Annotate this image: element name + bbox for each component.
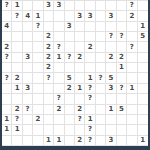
cell-r11c2: 2: [12, 105, 22, 115]
cell-r12c11[interactable]: [106, 115, 116, 125]
cell-r14c13[interactable]: [127, 136, 137, 146]
cell-r6c6: 1: [54, 53, 64, 63]
cell-r10c10[interactable]: [96, 94, 106, 104]
cell-r10c9: ?: [85, 94, 95, 104]
cell-r2c1[interactable]: [2, 11, 12, 21]
cell-r5c14[interactable]: [138, 42, 148, 52]
cell-r8c7: 5: [65, 73, 75, 83]
cell-r6c3: 3: [23, 53, 33, 63]
cell-r4c14: 5: [138, 32, 148, 42]
cell-r3c3[interactable]: [23, 22, 33, 32]
cell-r13c2: 1: [12, 125, 22, 135]
cell-r7c2[interactable]: [12, 63, 22, 73]
cell-r9c7: 2: [65, 84, 75, 94]
cell-r7c4[interactable]: [33, 63, 43, 73]
cell-r14c9: ?: [85, 136, 95, 146]
cell-r10c12[interactable]: [117, 94, 127, 104]
cell-r14c8: 2: [75, 136, 85, 146]
cell-r13c10[interactable]: [96, 125, 106, 135]
cell-r11c1[interactable]: [2, 105, 12, 115]
cell-r7c13[interactable]: [127, 63, 137, 73]
cell-r1c5: 3: [44, 1, 54, 11]
cell-r10c5[interactable]: [44, 94, 54, 104]
cell-r7c11[interactable]: [106, 63, 116, 73]
cell-r5c2[interactable]: [12, 42, 22, 52]
cell-r11c14[interactable]: [138, 105, 148, 115]
cell-r11c4[interactable]: [33, 105, 43, 115]
cell-r3c2[interactable]: [12, 22, 22, 32]
cell-r14c2[interactable]: [12, 136, 22, 146]
cell-r11c3: ?: [23, 105, 33, 115]
cell-r9c12: ?: [117, 84, 127, 94]
cell-r10c1[interactable]: [2, 94, 12, 104]
cell-r9c4[interactable]: [33, 84, 43, 94]
cell-r14c1[interactable]: [2, 136, 12, 146]
cell-r11c13[interactable]: [127, 105, 137, 115]
cell-r10c13[interactable]: [127, 94, 137, 104]
cell-r10c7[interactable]: [65, 94, 75, 104]
cell-r9c3: 3: [23, 84, 33, 94]
cell-r5c11[interactable]: [106, 42, 116, 52]
cell-r6c11: 2: [106, 53, 116, 63]
cell-r8c3[interactable]: [23, 73, 33, 83]
cell-r2c10[interactable]: [96, 11, 106, 21]
cell-r12c6[interactable]: [54, 115, 64, 125]
cell-r4c1[interactable]: [2, 32, 12, 42]
cell-r14c7[interactable]: [65, 136, 75, 146]
cell-r3c12[interactable]: [117, 22, 127, 32]
cell-r7c5: 2: [44, 63, 54, 73]
cell-r5c7[interactable]: [65, 42, 75, 52]
cell-r7c14[interactable]: [138, 63, 148, 73]
cell-r12c14[interactable]: [138, 115, 148, 125]
cell-r2c7[interactable]: [65, 11, 75, 21]
cell-r8c1: ?: [2, 73, 12, 83]
cell-r13c1: 1: [2, 125, 12, 135]
cell-r5c8[interactable]: [75, 42, 85, 52]
cell-r8c4[interactable]: [33, 73, 43, 83]
cell-r6c10[interactable]: [96, 53, 106, 63]
cell-r1c11[interactable]: [106, 1, 116, 11]
cell-r2c14[interactable]: [138, 11, 148, 21]
cell-r4c6[interactable]: [54, 32, 64, 42]
cell-r9c1[interactable]: [2, 84, 12, 94]
cell-r5c13: ?: [127, 42, 137, 52]
cell-r9c10[interactable]: [96, 84, 106, 94]
cell-r6c7: ?: [65, 53, 75, 63]
cell-r2c4: 1: [33, 11, 43, 21]
cell-r9c11: 3: [106, 84, 116, 94]
cell-r6c8: 2: [75, 53, 85, 63]
cell-r7c1[interactable]: [2, 63, 12, 73]
cell-r13c3[interactable]: [23, 125, 33, 135]
cell-r13c8[interactable]: [75, 125, 85, 135]
cell-r9c13: 1: [127, 84, 137, 94]
cell-r2c8: 3: [75, 11, 85, 21]
cell-r5c3[interactable]: [23, 42, 33, 52]
cell-r9c14[interactable]: [138, 84, 148, 94]
cell-r3c10[interactable]: [96, 22, 106, 32]
cell-r2c3: 4: [23, 11, 33, 21]
cell-r9c2: 1: [12, 84, 22, 94]
cell-r14c6: 1: [54, 136, 64, 146]
cell-r5c5: 2: [44, 42, 54, 52]
cell-r4c5: 2: [44, 32, 54, 42]
cell-r14c5: 1: [44, 136, 54, 146]
cell-r7c9[interactable]: [85, 63, 95, 73]
cell-r8c10: ?: [96, 73, 106, 83]
cell-r13c11[interactable]: [106, 125, 116, 135]
cell-r12c7[interactable]: [65, 115, 75, 125]
cell-r8c9: 1: [85, 73, 95, 83]
cell-r2c11: 3: [106, 11, 116, 21]
cell-r10c14[interactable]: [138, 94, 148, 104]
cell-r1c2: 1: [12, 1, 22, 11]
cell-r12c3[interactable]: [23, 115, 33, 125]
cell-r5c6: ?: [54, 42, 64, 52]
cell-r12c8: ?: [75, 115, 85, 125]
cell-r8c11: 5: [106, 73, 116, 83]
cell-r3c4: ?: [33, 22, 43, 32]
cell-r14c14: 1: [138, 136, 148, 146]
cell-r14c10[interactable]: [96, 136, 106, 146]
cell-r3c5[interactable]: [44, 22, 54, 32]
cell-r8c6[interactable]: [54, 73, 64, 83]
cell-r10c2[interactable]: [12, 94, 22, 104]
cell-r9c5[interactable]: [44, 84, 54, 94]
cell-r3c8[interactable]: [75, 22, 85, 32]
cell-r9c9: ?: [85, 84, 95, 94]
cell-r7c6[interactable]: [54, 63, 64, 73]
cell-r5c9: 2: [85, 42, 95, 52]
cell-r10c11[interactable]: [106, 94, 116, 104]
cell-r5c1: 2: [2, 42, 12, 52]
cell-r2c2: ?: [12, 11, 22, 21]
cell-r6c2[interactable]: [12, 53, 22, 63]
cell-r4c10[interactable]: [96, 32, 106, 42]
cell-r9c8: 1: [75, 84, 85, 94]
cell-r11c12: 5: [117, 105, 127, 115]
cell-r6c4[interactable]: [33, 53, 43, 63]
cell-r8c12[interactable]: [117, 73, 127, 83]
cell-r13c9: ?: [85, 125, 95, 135]
cell-r13c12[interactable]: [117, 125, 127, 135]
cell-r2c9: 3: [85, 11, 95, 21]
cell-r1c13: ?: [127, 1, 137, 11]
cell-r13c14[interactable]: [138, 125, 148, 135]
cell-r10c6: ?: [54, 94, 64, 104]
cell-r6c5: 2: [44, 53, 54, 63]
cell-r6c9[interactable]: [85, 53, 95, 63]
cell-r12c13[interactable]: [127, 115, 137, 125]
cell-r7c10[interactable]: [96, 63, 106, 73]
cell-r12c4: 2: [33, 115, 43, 125]
cell-r1c4[interactable]: [33, 1, 43, 11]
cell-r8c2: 2: [12, 73, 22, 83]
cell-r12c12[interactable]: [117, 115, 127, 125]
cell-r1c3[interactable]: [23, 1, 33, 11]
cell-r11c7[interactable]: [65, 105, 75, 115]
cell-r11c11: 1: [106, 105, 116, 115]
cell-r11c5[interactable]: [44, 105, 54, 115]
cell-r4c8[interactable]: [75, 32, 85, 42]
grid: ?133??4133324?312??522?2??321?22221?2?51…: [2, 0, 148, 146]
cell-r1c10[interactable]: [96, 1, 106, 11]
cell-r1c14[interactable]: [138, 1, 148, 11]
cell-r6c1: ?: [2, 53, 12, 63]
cell-r13c5[interactable]: [44, 125, 54, 135]
cell-r1c1: ?: [2, 1, 12, 11]
cell-r8c8[interactable]: [75, 73, 85, 83]
cell-r3c6[interactable]: [54, 22, 64, 32]
cell-r14c3[interactable]: [23, 136, 33, 146]
cell-r3c14: 1: [138, 22, 148, 32]
cell-r4c12: ?: [117, 32, 127, 42]
cell-r10c8[interactable]: [75, 94, 85, 104]
cell-r10c3[interactable]: [23, 94, 33, 104]
cell-r12c10[interactable]: [96, 115, 106, 125]
cell-r7c3[interactable]: [23, 63, 33, 73]
cell-r13c7[interactable]: [65, 125, 75, 135]
cell-r2c6[interactable]: [54, 11, 64, 21]
cell-r4c3[interactable]: [23, 32, 33, 42]
cell-r6c14[interactable]: [138, 53, 148, 63]
cell-r4c4[interactable]: [33, 32, 43, 42]
cell-r1c6: 3: [54, 1, 64, 11]
cell-r3c1: 4: [2, 22, 12, 32]
cell-r14c11: 3: [106, 136, 116, 146]
cell-r12c5[interactable]: [44, 115, 54, 125]
cell-r7c12: 1: [117, 63, 127, 73]
cell-r4c13[interactable]: [127, 32, 137, 42]
cell-r1c8[interactable]: [75, 1, 85, 11]
cell-r2c13: 2: [127, 11, 137, 21]
cell-r8c14[interactable]: [138, 73, 148, 83]
cell-r11c6: 2: [54, 105, 64, 115]
cell-r7c7[interactable]: [65, 63, 75, 73]
cell-r7c8[interactable]: [75, 63, 85, 73]
cell-r2c12[interactable]: [117, 11, 127, 21]
cell-r11c10[interactable]: [96, 105, 106, 115]
cell-r6c12: 2: [117, 53, 127, 63]
cell-r1c7[interactable]: [65, 1, 75, 11]
cell-r1c9[interactable]: [85, 1, 95, 11]
cell-r4c9[interactable]: [85, 32, 95, 42]
cell-r8c13[interactable]: [127, 73, 137, 83]
cell-r5c4[interactable]: [33, 42, 43, 52]
cell-r3c7: 3: [65, 22, 75, 32]
cell-r11c8: 2: [75, 105, 85, 115]
cell-r14c4[interactable]: [33, 136, 43, 146]
cell-r3c9[interactable]: [85, 22, 95, 32]
cell-r4c2[interactable]: [12, 32, 22, 42]
cell-r4c7[interactable]: [65, 32, 75, 42]
cell-r12c1: 1: [2, 115, 12, 125]
cell-r8c5: ?: [44, 73, 54, 83]
cell-r6c13[interactable]: [127, 53, 137, 63]
cell-r10c4[interactable]: [33, 94, 43, 104]
cell-r13c13[interactable]: [127, 125, 137, 135]
cell-r12c2: ?: [12, 115, 22, 125]
cell-r5c12[interactable]: [117, 42, 127, 52]
cell-r13c6[interactable]: [54, 125, 64, 135]
cell-r3c11[interactable]: [106, 22, 116, 32]
cell-r9c6[interactable]: [54, 84, 64, 94]
cell-r13c4[interactable]: [33, 125, 43, 135]
cell-r12c9: 1: [85, 115, 95, 125]
cell-r14c12[interactable]: [117, 136, 127, 146]
cell-r3c13[interactable]: [127, 22, 137, 32]
cell-r5c10[interactable]: [96, 42, 106, 52]
cell-r4c11: ?: [106, 32, 116, 42]
cell-r1c12[interactable]: [117, 1, 127, 11]
cell-r2c5[interactable]: [44, 11, 54, 21]
cell-r11c9[interactable]: [85, 105, 95, 115]
puzzle-board-frame: ?133??4133324?312??522?2??321?22221?2?51…: [0, 0, 150, 150]
